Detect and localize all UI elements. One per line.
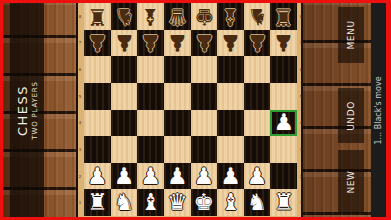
square-a7[interactable]: ♟ (84, 30, 111, 57)
rank-label: 6 (77, 56, 83, 83)
rank-label: 4 (77, 110, 83, 137)
square-g6[interactable] (244, 56, 271, 83)
square-e3[interactable] (191, 136, 218, 163)
square-a3[interactable] (84, 136, 111, 163)
screen-border-left (0, 0, 3, 220)
square-d1[interactable]: ♛ (164, 189, 191, 216)
square-d4[interactable] (164, 110, 191, 137)
piece-black-bishop: ♝ (140, 5, 161, 28)
piece-black-pawn: ♟ (247, 31, 268, 54)
rank-label: 4 (298, 110, 304, 137)
square-b4[interactable] (111, 110, 138, 137)
square-g1[interactable]: ♞ (244, 189, 271, 216)
square-c5[interactable] (137, 83, 164, 110)
square-f5[interactable] (217, 83, 244, 110)
square-e1[interactable]: ♚ (191, 189, 218, 216)
square-b2[interactable]: ♟ (111, 163, 138, 190)
square-c3[interactable] (137, 136, 164, 163)
square-g8[interactable]: ♞ (244, 3, 271, 30)
rank-label: 6 (298, 56, 304, 83)
square-e7[interactable]: ♟ (191, 30, 218, 57)
square-e5[interactable] (191, 83, 218, 110)
square-g5[interactable] (244, 83, 271, 110)
square-b7[interactable]: ♟ (111, 30, 138, 57)
square-d6[interactable] (164, 56, 191, 83)
square-a8[interactable]: ♜ (84, 3, 111, 30)
square-c1[interactable]: ♝ (137, 189, 164, 216)
square-b1[interactable]: ♞ (111, 189, 138, 216)
square-f7[interactable]: ♟ (217, 30, 244, 57)
square-b8[interactable]: ♞ (111, 3, 138, 30)
app-screen: CHESS TWO PLAYERS 87654321 87654321 abcd… (0, 0, 391, 220)
square-f6[interactable] (217, 56, 244, 83)
square-g2[interactable]: ♟ (244, 163, 271, 190)
app-title: CHESS (15, 84, 31, 135)
square-b6[interactable] (111, 56, 138, 83)
rank-label: 7 (77, 30, 83, 57)
square-a4[interactable] (84, 110, 111, 137)
square-c8[interactable]: ♝ (137, 3, 164, 30)
piece-white-rook: ♜ (273, 191, 294, 214)
square-g4[interactable] (244, 110, 271, 137)
square-d8[interactable]: ♛ (164, 3, 191, 30)
piece-black-rook: ♜ (273, 5, 294, 28)
rank-label: 7 (298, 30, 304, 57)
square-b5[interactable] (111, 83, 138, 110)
square-d5[interactable] (164, 83, 191, 110)
square-g3[interactable] (244, 136, 271, 163)
square-a6[interactable] (84, 56, 111, 83)
square-d3[interactable] (164, 136, 191, 163)
new-button-label: NEW (346, 170, 356, 193)
square-g7[interactable]: ♟ (244, 30, 271, 57)
piece-black-rook: ♜ (87, 5, 108, 28)
piece-black-queen: ♛ (167, 5, 188, 28)
rank-label: 3 (77, 136, 83, 163)
rank-labels-right: 87654321 (298, 3, 304, 216)
piece-black-pawn: ♟ (220, 31, 241, 54)
menu-button[interactable]: MENU (338, 7, 364, 63)
undo-button[interactable]: UNDO (338, 88, 364, 143)
square-e4[interactable] (191, 110, 218, 137)
piece-white-pawn: ♟ (273, 111, 294, 134)
square-h3[interactable] (270, 136, 297, 163)
move-status-text: 1... Black's move (374, 76, 383, 144)
undo-button-label: UNDO (346, 101, 356, 131)
piece-black-bishop: ♝ (220, 5, 241, 28)
piece-black-pawn: ♟ (87, 31, 108, 54)
square-h6[interactable] (270, 56, 297, 83)
square-c4[interactable] (137, 110, 164, 137)
square-h5[interactable] (270, 83, 297, 110)
square-h8[interactable]: ♜ (270, 3, 297, 30)
rank-label: 1 (298, 189, 304, 216)
square-a2[interactable]: ♟ (84, 163, 111, 190)
piece-white-pawn: ♟ (114, 165, 135, 188)
piece-black-pawn: ♟ (194, 31, 215, 54)
square-h4[interactable]: ♟ (270, 110, 297, 137)
square-h2[interactable] (270, 163, 297, 190)
square-c7[interactable]: ♟ (137, 30, 164, 57)
piece-white-pawn: ♟ (140, 165, 161, 188)
board-frame: 87654321 87654321 abcdefgh ♜♞♝♛♚♝♞♜♟♟♟♟♟… (76, 0, 303, 220)
piece-white-pawn: ♟ (167, 165, 188, 188)
piece-black-knight: ♞ (114, 5, 135, 28)
piece-white-pawn: ♟ (247, 165, 268, 188)
square-h1[interactable]: ♜ (270, 189, 297, 216)
square-e2[interactable]: ♟ (191, 163, 218, 190)
piece-black-knight: ♞ (247, 5, 268, 28)
piece-black-pawn: ♟ (140, 31, 161, 54)
rank-label: 5 (298, 83, 304, 110)
square-f3[interactable] (217, 136, 244, 163)
piece-white-king: ♚ (194, 191, 215, 214)
menu-button-label: MENU (346, 20, 356, 49)
piece-black-king: ♚ (194, 5, 215, 28)
screen-border-top (0, 0, 391, 3)
square-f2[interactable]: ♟ (217, 163, 244, 190)
square-a1[interactable]: ♜ (84, 189, 111, 216)
rank-label: 1 (77, 189, 83, 216)
rank-label: 8 (77, 3, 83, 30)
square-d2[interactable]: ♟ (164, 163, 191, 190)
square-f4[interactable] (217, 110, 244, 137)
square-a5[interactable] (84, 83, 111, 110)
app-subtitle: TWO PLAYERS (31, 81, 40, 139)
square-h7[interactable]: ♟ (270, 30, 297, 57)
rank-label: 2 (77, 163, 83, 190)
square-f1[interactable]: ♝ (217, 189, 244, 216)
title-panel: CHESS TWO PLAYERS (10, 0, 44, 220)
square-e8[interactable]: ♚ (191, 3, 218, 30)
piece-black-pawn: ♟ (273, 31, 294, 54)
piece-white-pawn: ♟ (87, 165, 108, 188)
piece-black-pawn: ♟ (114, 31, 135, 54)
piece-white-bishop: ♝ (140, 191, 161, 214)
rank-label: 5 (77, 83, 83, 110)
square-f8[interactable]: ♝ (217, 3, 244, 30)
screen-border-right (386, 0, 391, 220)
new-game-button[interactable]: NEW (338, 150, 364, 213)
rank-label: 3 (298, 136, 304, 163)
piece-white-queen: ♛ (167, 191, 188, 214)
square-c6[interactable] (137, 56, 164, 83)
piece-white-bishop: ♝ (220, 191, 241, 214)
square-c2[interactable]: ♟ (137, 163, 164, 190)
square-d7[interactable]: ♟ (164, 30, 191, 57)
square-e6[interactable] (191, 56, 218, 83)
piece-white-knight: ♞ (247, 191, 268, 214)
piece-white-pawn: ♟ (220, 165, 241, 188)
square-b3[interactable] (111, 136, 138, 163)
rank-label: 8 (298, 3, 304, 30)
screen-border-bottom (0, 217, 391, 220)
piece-white-rook: ♜ (87, 191, 108, 214)
piece-black-pawn: ♟ (167, 31, 188, 54)
piece-white-knight: ♞ (114, 191, 135, 214)
rank-label: 2 (298, 163, 304, 190)
move-status-bar: 1... Black's move (371, 0, 386, 220)
chess-board[interactable]: ♜♞♝♛♚♝♞♜♟♟♟♟♟♟♟♟♟♟♟♟♟♟♟♟♜♞♝♛♚♝♞♜ (84, 3, 297, 216)
piece-white-pawn: ♟ (194, 165, 215, 188)
rank-labels-left: 87654321 (77, 3, 83, 216)
